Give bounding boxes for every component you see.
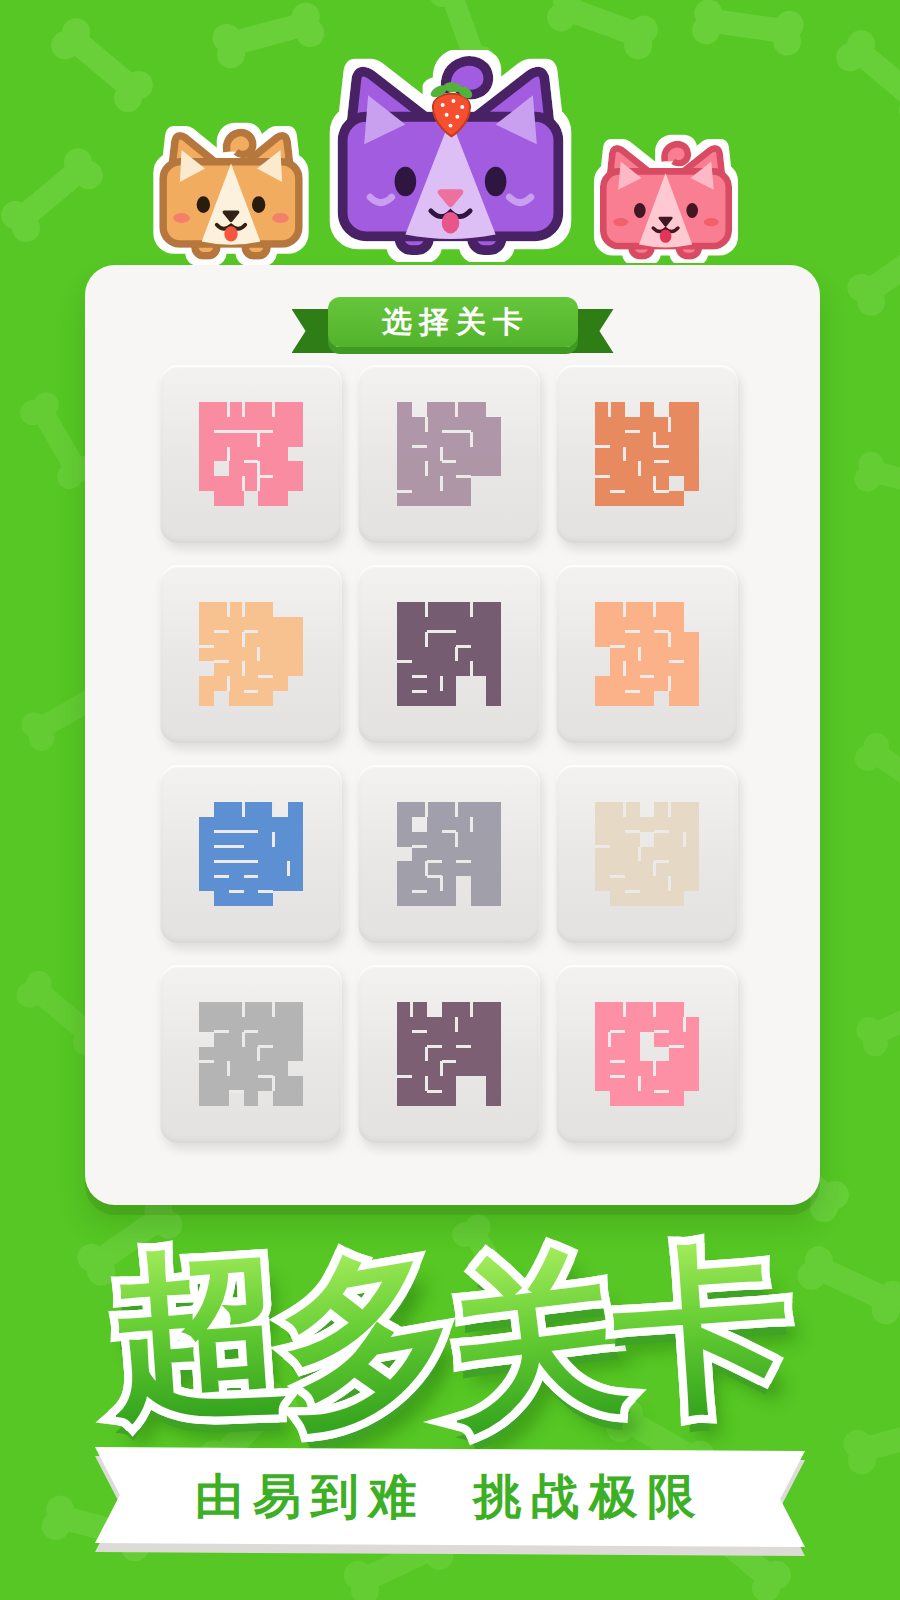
maze-thumbnail-9 bbox=[595, 802, 699, 906]
headline-char: 关关 bbox=[436, 1234, 634, 1448]
maze-thumbnail-6 bbox=[595, 602, 699, 706]
maze-thumbnail-1 bbox=[199, 402, 303, 506]
maze-thumbnail-3 bbox=[595, 402, 699, 506]
level-tile-10[interactable] bbox=[160, 965, 342, 1143]
level-tile-3[interactable] bbox=[556, 365, 738, 543]
level-select-card: 选择关卡 bbox=[85, 265, 820, 1205]
maze-thumbnail-10 bbox=[199, 1002, 303, 1106]
maze-thumbnail-8 bbox=[397, 802, 501, 906]
game-screen: 选择关卡 超超多多关关卡卡 由易到难 挑战极限 bbox=[0, 0, 900, 1600]
headline-char: 卡卡 bbox=[608, 1228, 797, 1433]
maze-thumbnail-11 bbox=[397, 1002, 501, 1106]
orange-corgi-sticker bbox=[143, 118, 319, 266]
tagline-strip: 由易到难 挑战极限 bbox=[95, 1447, 805, 1547]
bone-icon bbox=[30, 401, 87, 479]
tagline-text: 由易到难 挑战极限 bbox=[195, 1465, 706, 1529]
level-tile-5[interactable] bbox=[358, 565, 540, 743]
bone-icon bbox=[10, 157, 91, 231]
corgi-icon bbox=[143, 118, 319, 266]
level-tile-7[interactable] bbox=[160, 765, 342, 943]
bone-icon bbox=[865, 741, 900, 803]
headline: 超超多多关关卡卡 bbox=[0, 1232, 900, 1426]
purple-cat-icon bbox=[323, 50, 578, 262]
maze-thumbnail-2 bbox=[397, 402, 501, 506]
level-tile-2[interactable] bbox=[358, 365, 540, 543]
level-tile-6[interactable] bbox=[556, 565, 738, 743]
bone-icon bbox=[558, 0, 647, 48]
maze-thumbnail-5 bbox=[397, 602, 501, 706]
level-select-ribbon: 选择关卡 bbox=[328, 297, 578, 347]
tagline-banner: 由易到难 挑战极限 bbox=[95, 1447, 805, 1547]
level-tile-11[interactable] bbox=[358, 965, 540, 1143]
level-grid bbox=[160, 365, 738, 1143]
maze-thumbnail-7 bbox=[199, 802, 303, 906]
level-tile-4[interactable] bbox=[160, 565, 342, 743]
level-tile-1[interactable] bbox=[160, 365, 342, 543]
ribbon-bar: 选择关卡 bbox=[328, 297, 578, 347]
bone-icon bbox=[62, 27, 143, 101]
level-tile-12[interactable] bbox=[556, 965, 738, 1143]
bone-icon bbox=[223, 11, 312, 56]
bone-icon bbox=[865, 994, 900, 1046]
pink-cat-icon bbox=[585, 133, 747, 263]
level-tile-8[interactable] bbox=[358, 765, 540, 943]
pink-cat-sticker bbox=[585, 133, 747, 263]
maze-thumbnail-12 bbox=[595, 1002, 699, 1106]
bone-icon bbox=[847, 39, 900, 113]
bone-icon bbox=[865, 460, 900, 501]
level-tile-9[interactable] bbox=[556, 765, 738, 943]
bone-icon bbox=[857, 236, 900, 305]
ribbon-title: 选择关卡 bbox=[375, 302, 530, 343]
maze-thumbnail-4 bbox=[199, 602, 303, 706]
bone-icon bbox=[704, 8, 793, 44]
purple-cat-sticker bbox=[323, 50, 578, 262]
